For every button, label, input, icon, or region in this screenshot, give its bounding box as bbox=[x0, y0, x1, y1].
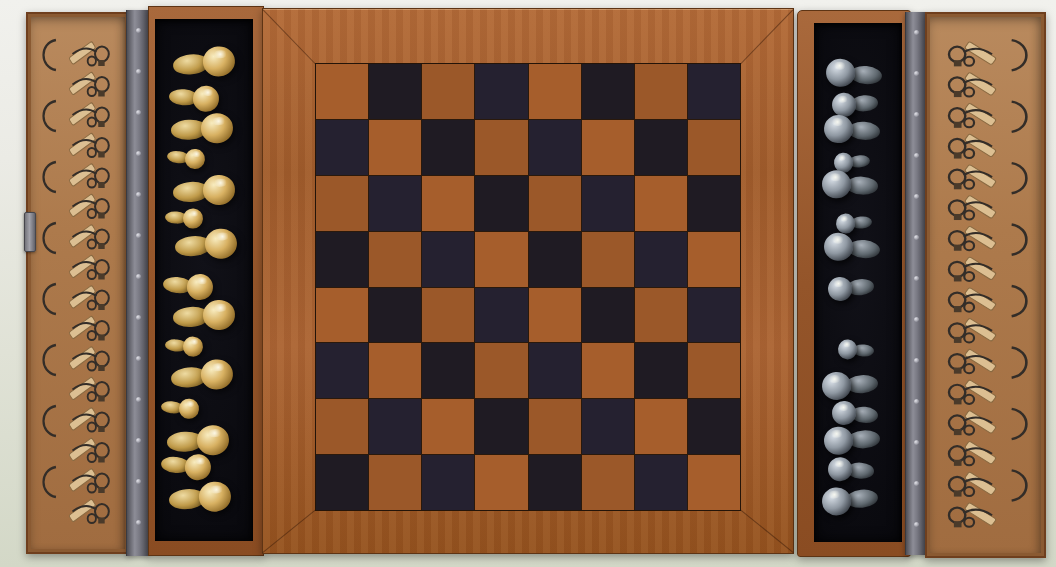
wire-clip-row bbox=[949, 286, 1026, 316]
square-d4[interactable] bbox=[475, 288, 527, 343]
square-b6[interactable] bbox=[369, 176, 421, 231]
stored-piece-brass-6[interactable] bbox=[165, 207, 204, 229]
stored-piece-brass-7[interactable] bbox=[174, 227, 238, 262]
hinge-rivet bbox=[136, 356, 141, 361]
hinge-rivet bbox=[136, 438, 141, 443]
wire-clip-row bbox=[69, 316, 109, 341]
square-b7[interactable] bbox=[369, 120, 421, 175]
wire-clip-row bbox=[949, 163, 1026, 193]
square-g5[interactable] bbox=[635, 232, 687, 287]
hinge-rivet bbox=[136, 233, 141, 238]
square-c6[interactable] bbox=[422, 176, 474, 231]
wire-clip-row bbox=[44, 467, 109, 497]
wire-clip-row bbox=[44, 101, 109, 131]
mitre-joint-bottom-left bbox=[262, 509, 315, 553]
square-c5[interactable] bbox=[422, 232, 474, 287]
square-e3[interactable] bbox=[529, 343, 581, 398]
wire-clip-row bbox=[69, 255, 109, 280]
square-d5[interactable] bbox=[475, 232, 527, 287]
square-c7[interactable] bbox=[422, 120, 474, 175]
square-h6[interactable] bbox=[688, 176, 740, 231]
left-wire-clips bbox=[32, 18, 124, 548]
hinge-rivet bbox=[136, 479, 141, 484]
stored-piece-brass-10[interactable] bbox=[164, 335, 203, 358]
square-f6[interactable] bbox=[582, 176, 634, 231]
chess-set-photo bbox=[0, 0, 1056, 567]
wire-clip-row bbox=[69, 133, 109, 158]
square-a1[interactable] bbox=[316, 455, 368, 510]
square-g8[interactable] bbox=[635, 64, 687, 119]
wire-clip-row bbox=[949, 470, 1026, 500]
square-h1[interactable] bbox=[688, 455, 740, 510]
wire-clip-row bbox=[949, 225, 1026, 255]
hinge-rivet bbox=[914, 399, 919, 404]
wire-clip-set bbox=[949, 40, 1026, 527]
right-wire-clips bbox=[931, 18, 1040, 552]
hinge-rivet bbox=[136, 192, 141, 197]
wire-clip-row bbox=[949, 318, 996, 343]
wire-clip-row bbox=[949, 379, 996, 404]
square-e2[interactable] bbox=[529, 399, 581, 454]
square-e8[interactable] bbox=[529, 64, 581, 119]
stored-piece-pewter-7[interactable] bbox=[823, 232, 881, 265]
piece-highlight bbox=[833, 460, 845, 468]
piece-highlight bbox=[837, 403, 849, 411]
square-f7[interactable] bbox=[582, 120, 634, 175]
hinge-rivet bbox=[914, 481, 919, 486]
wire-clip-row bbox=[69, 72, 109, 97]
square-c8[interactable] bbox=[422, 64, 474, 119]
square-c3[interactable] bbox=[422, 343, 474, 398]
square-b2[interactable] bbox=[369, 399, 421, 454]
stored-piece-brass-14[interactable] bbox=[160, 450, 212, 481]
square-e1[interactable] bbox=[529, 455, 581, 510]
hinge-rivet bbox=[136, 28, 141, 33]
wire-clip-set bbox=[44, 40, 109, 524]
square-h2[interactable] bbox=[688, 399, 740, 454]
wire-clip-row bbox=[44, 223, 109, 253]
square-e6[interactable] bbox=[529, 176, 581, 231]
square-a6[interactable] bbox=[316, 176, 368, 231]
square-e5[interactable] bbox=[529, 232, 581, 287]
stored-piece-pewter-9[interactable] bbox=[837, 339, 874, 361]
stored-piece-brass-4[interactable] bbox=[166, 146, 206, 170]
case-latch[interactable] bbox=[24, 212, 36, 252]
left-piano-hinge bbox=[126, 10, 150, 556]
stored-piece-pewter-10[interactable] bbox=[821, 369, 879, 401]
hinge-rivet bbox=[136, 274, 141, 279]
mitre-joint-bottom-right bbox=[740, 509, 793, 553]
square-a2[interactable] bbox=[316, 399, 368, 454]
square-b3[interactable] bbox=[369, 343, 421, 398]
square-h3[interactable] bbox=[688, 343, 740, 398]
square-a5[interactable] bbox=[316, 232, 368, 287]
wire-clip-row bbox=[949, 257, 996, 282]
wire-clip-row bbox=[949, 40, 1026, 70]
right-lid-tray bbox=[925, 12, 1046, 558]
square-d6[interactable] bbox=[475, 176, 527, 231]
stored-piece-pewter-13[interactable] bbox=[827, 456, 875, 483]
right-piano-hinge bbox=[905, 12, 927, 555]
wire-clip-row bbox=[69, 194, 109, 219]
stored-piece-pewter-2[interactable] bbox=[831, 90, 879, 117]
square-a8[interactable] bbox=[316, 64, 368, 119]
stored-piece-brass-2[interactable] bbox=[168, 83, 220, 112]
left-velvet-lining bbox=[155, 19, 253, 541]
wire-clip-row bbox=[949, 502, 996, 527]
square-c2[interactable] bbox=[422, 399, 474, 454]
wire-clip-row bbox=[949, 195, 996, 220]
wire-clip-row bbox=[44, 162, 109, 192]
square-a7[interactable] bbox=[316, 120, 368, 175]
square-f4[interactable] bbox=[582, 288, 634, 343]
square-f8[interactable] bbox=[582, 64, 634, 119]
mitre-joint-top-right bbox=[740, 9, 794, 64]
square-f1[interactable] bbox=[582, 455, 634, 510]
stored-piece-brass-3[interactable] bbox=[170, 112, 233, 145]
wire-clip-row bbox=[949, 134, 996, 159]
mitre-joint-top-left bbox=[262, 9, 316, 64]
piece-highlight bbox=[836, 95, 848, 103]
square-c1[interactable] bbox=[422, 455, 474, 510]
stored-piece-brass-11[interactable] bbox=[170, 358, 235, 394]
hinge-rivet bbox=[136, 151, 141, 156]
stored-piece-pewter-14[interactable] bbox=[821, 483, 880, 517]
hinge-rivet bbox=[914, 522, 919, 527]
hinge-rivet bbox=[914, 358, 919, 363]
stored-piece-pewter-5[interactable] bbox=[821, 170, 878, 201]
square-b1[interactable] bbox=[369, 455, 421, 510]
stored-piece-brass-15[interactable] bbox=[168, 480, 232, 515]
wire-clip-row bbox=[69, 499, 109, 524]
stored-piece-brass-9[interactable] bbox=[172, 299, 236, 333]
wire-clip-row bbox=[69, 377, 109, 402]
square-h4[interactable] bbox=[688, 288, 740, 343]
stored-piece-pewter-12[interactable] bbox=[823, 425, 880, 456]
stored-piece-pewter-6[interactable] bbox=[835, 212, 872, 234]
square-g4[interactable] bbox=[635, 288, 687, 343]
square-d7[interactable] bbox=[475, 120, 527, 175]
square-b8[interactable] bbox=[369, 64, 421, 119]
stored-piece-brass-1[interactable] bbox=[172, 45, 237, 81]
square-f2[interactable] bbox=[582, 399, 634, 454]
wire-clip-row bbox=[949, 409, 1026, 439]
wire-clip-row bbox=[44, 40, 109, 70]
stored-piece-brass-12[interactable] bbox=[160, 396, 200, 419]
hinge-rivet bbox=[914, 317, 919, 322]
wire-clip-row bbox=[44, 406, 109, 436]
stored-piece-pewter-3[interactable] bbox=[823, 114, 881, 146]
hinge-rivet bbox=[914, 71, 919, 76]
hinge-rivet bbox=[136, 315, 141, 320]
hinge-rivet bbox=[914, 276, 919, 281]
piece-highlight bbox=[832, 279, 844, 287]
square-c4[interactable] bbox=[422, 288, 474, 343]
stored-piece-pewter-1[interactable] bbox=[825, 58, 883, 91]
hinge-rivet bbox=[136, 520, 141, 525]
square-b5[interactable] bbox=[369, 232, 421, 287]
square-g7[interactable] bbox=[635, 120, 687, 175]
left-velvet-case bbox=[148, 6, 264, 556]
stored-piece-brass-5[interactable] bbox=[172, 174, 236, 208]
board-squares-grid bbox=[315, 63, 741, 511]
square-d3[interactable] bbox=[475, 343, 527, 398]
square-h7[interactable] bbox=[688, 120, 740, 175]
hinge-rivet bbox=[914, 235, 919, 240]
piece-highlight bbox=[842, 341, 852, 347]
square-e7[interactable] bbox=[529, 120, 581, 175]
wire-clip-row bbox=[44, 345, 109, 375]
hinge-rivet bbox=[914, 440, 919, 445]
square-g2[interactable] bbox=[635, 399, 687, 454]
hinge-rivet bbox=[914, 194, 919, 199]
square-d1[interactable] bbox=[475, 455, 527, 510]
wire-clip-row bbox=[44, 284, 109, 314]
square-a4[interactable] bbox=[316, 288, 368, 343]
square-d2[interactable] bbox=[475, 399, 527, 454]
hinge-rivet bbox=[914, 30, 919, 35]
wire-clip-row bbox=[949, 441, 996, 466]
chess-board bbox=[262, 8, 794, 554]
square-a3[interactable] bbox=[316, 343, 368, 398]
square-f5[interactable] bbox=[582, 232, 634, 287]
hinge-rivet bbox=[914, 112, 919, 117]
wire-clip-row bbox=[949, 347, 1026, 377]
wire-clip-row bbox=[949, 72, 996, 97]
hinge-rivet bbox=[136, 110, 141, 115]
wire-clip-row bbox=[949, 102, 1026, 132]
square-g1[interactable] bbox=[635, 455, 687, 510]
hinge-rivet bbox=[914, 153, 919, 158]
right-velvet-lining bbox=[814, 23, 902, 542]
square-g3[interactable] bbox=[635, 343, 687, 398]
square-g6[interactable] bbox=[635, 176, 687, 231]
stored-piece-pewter-8[interactable] bbox=[827, 274, 875, 302]
square-b4[interactable] bbox=[369, 288, 421, 343]
square-h5[interactable] bbox=[688, 232, 740, 287]
stored-piece-brass-8[interactable] bbox=[162, 271, 214, 301]
square-d8[interactable] bbox=[475, 64, 527, 119]
left-lid-tray bbox=[26, 12, 130, 554]
right-velvet-case bbox=[797, 10, 911, 557]
square-e4[interactable] bbox=[529, 288, 581, 343]
stored-piece-pewter-11[interactable] bbox=[831, 400, 879, 428]
square-h8[interactable] bbox=[688, 64, 740, 119]
hinge-rivet bbox=[136, 69, 141, 74]
square-f3[interactable] bbox=[582, 343, 634, 398]
wire-clip-row bbox=[69, 438, 109, 463]
hinge-rivet bbox=[136, 397, 141, 402]
